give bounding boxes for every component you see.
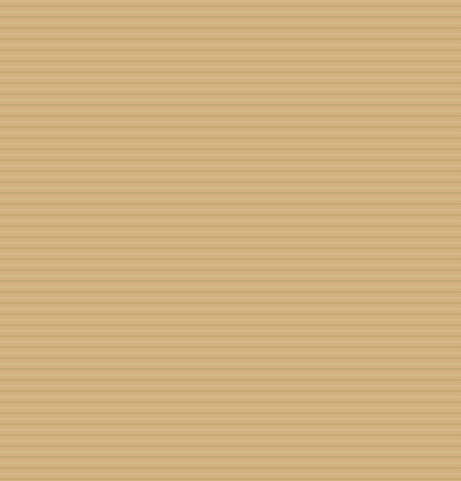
go-board-screenshot — [0, 0, 461, 481]
go-board[interactable] — [0, 0, 461, 481]
